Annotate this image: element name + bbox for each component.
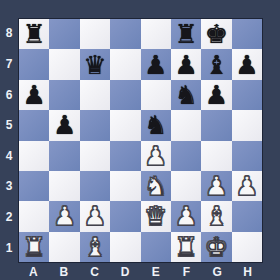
white-king[interactable]: ♚ (205, 234, 228, 260)
black-pawn[interactable]: ♟ (53, 112, 76, 138)
square-a8[interactable]: ♜ (19, 19, 49, 49)
square-c4[interactable] (80, 141, 110, 171)
square-b4[interactable] (49, 141, 79, 171)
square-c6[interactable] (80, 80, 110, 110)
white-pawn[interactable]: ♟ (144, 143, 167, 169)
black-bishop[interactable]: ♝ (205, 52, 228, 78)
square-d6[interactable] (110, 80, 140, 110)
square-c8[interactable] (80, 19, 110, 49)
square-g3[interactable]: ♟ (201, 171, 231, 201)
square-c7[interactable]: ♛ (80, 49, 110, 79)
white-pawn[interactable]: ♟ (205, 173, 228, 199)
square-g2[interactable]: ♝ (201, 201, 231, 231)
black-knight[interactable]: ♞ (144, 112, 167, 138)
square-b8[interactable] (49, 19, 79, 49)
black-pawn[interactable]: ♟ (235, 52, 258, 78)
square-c2[interactable]: ♟ (80, 201, 110, 231)
square-h1[interactable] (232, 232, 262, 262)
square-f3[interactable] (171, 171, 201, 201)
rank-labels: 87654321 (0, 18, 18, 263)
square-c5[interactable] (80, 110, 110, 140)
white-pawn[interactable]: ♟ (83, 203, 106, 229)
file-labels: ABCDEFGH (18, 263, 263, 280)
white-pawn[interactable]: ♟ (235, 173, 258, 199)
square-b6[interactable] (49, 80, 79, 110)
rank-label-1: 1 (0, 232, 18, 263)
square-b1[interactable] (49, 232, 79, 262)
white-pawn[interactable]: ♟ (53, 203, 76, 229)
square-g1[interactable]: ♚ (201, 232, 231, 262)
rank-label-3: 3 (0, 171, 18, 202)
file-label-e: E (141, 263, 172, 280)
black-rook[interactable]: ♜ (174, 21, 197, 47)
square-e8[interactable] (141, 19, 171, 49)
square-f7[interactable]: ♟ (171, 49, 201, 79)
square-f8[interactable]: ♜ (171, 19, 201, 49)
chess-board: ♜♜♚♛♟♟♝♟♟♞♟♟♞♟♞♟♟♟♟♛♟♝♜♝♜♚ (18, 18, 263, 263)
black-pawn[interactable]: ♟ (174, 52, 197, 78)
square-a7[interactable] (19, 49, 49, 79)
black-pawn[interactable]: ♟ (23, 82, 46, 108)
square-h8[interactable] (232, 19, 262, 49)
square-h2[interactable] (232, 201, 262, 231)
square-h3[interactable]: ♟ (232, 171, 262, 201)
white-rook[interactable]: ♜ (174, 234, 197, 260)
square-d8[interactable] (110, 19, 140, 49)
white-bishop[interactable]: ♝ (205, 203, 228, 229)
square-a3[interactable] (19, 171, 49, 201)
black-king[interactable]: ♚ (205, 21, 228, 47)
square-c1[interactable]: ♝ (80, 232, 110, 262)
rank-label-7: 7 (0, 49, 18, 80)
white-queen[interactable]: ♛ (144, 203, 167, 229)
square-d2[interactable] (110, 201, 140, 231)
square-b2[interactable]: ♟ (49, 201, 79, 231)
square-e1[interactable] (141, 232, 171, 262)
square-a5[interactable] (19, 110, 49, 140)
white-bishop[interactable]: ♝ (83, 234, 106, 260)
square-g4[interactable] (201, 141, 231, 171)
square-e5[interactable]: ♞ (141, 110, 171, 140)
square-e6[interactable] (141, 80, 171, 110)
square-h7[interactable]: ♟ (232, 49, 262, 79)
file-label-a: A (18, 263, 49, 280)
square-f4[interactable] (171, 141, 201, 171)
square-b5[interactable]: ♟ (49, 110, 79, 140)
file-label-f: F (171, 263, 202, 280)
square-g7[interactable]: ♝ (201, 49, 231, 79)
square-e3[interactable]: ♞ (141, 171, 171, 201)
file-label-b: B (49, 263, 80, 280)
square-a2[interactable] (19, 201, 49, 231)
rank-label-5: 5 (0, 110, 18, 141)
white-pawn[interactable]: ♟ (174, 203, 197, 229)
square-e7[interactable]: ♟ (141, 49, 171, 79)
file-label-g: G (202, 263, 233, 280)
square-e2[interactable]: ♛ (141, 201, 171, 231)
square-d5[interactable] (110, 110, 140, 140)
rank-label-6: 6 (0, 79, 18, 110)
square-f1[interactable]: ♜ (171, 232, 201, 262)
square-f5[interactable] (171, 110, 201, 140)
square-d1[interactable] (110, 232, 140, 262)
square-a6[interactable]: ♟ (19, 80, 49, 110)
black-knight[interactable]: ♞ (174, 82, 197, 108)
black-pawn[interactable]: ♟ (144, 52, 167, 78)
black-queen[interactable]: ♛ (83, 52, 106, 78)
square-g8[interactable]: ♚ (201, 19, 231, 49)
square-a4[interactable] (19, 141, 49, 171)
square-e4[interactable]: ♟ (141, 141, 171, 171)
white-rook[interactable]: ♜ (23, 234, 46, 260)
file-label-d: D (110, 263, 141, 280)
square-f6[interactable]: ♞ (171, 80, 201, 110)
square-b3[interactable] (49, 171, 79, 201)
square-c3[interactable] (80, 171, 110, 201)
square-b7[interactable] (49, 49, 79, 79)
white-knight[interactable]: ♞ (144, 173, 167, 199)
square-h4[interactable] (232, 141, 262, 171)
black-pawn[interactable]: ♟ (205, 82, 228, 108)
square-g6[interactable]: ♟ (201, 80, 231, 110)
rank-label-2: 2 (0, 202, 18, 233)
square-g5[interactable] (201, 110, 231, 140)
rank-label-8: 8 (0, 18, 18, 49)
file-label-c: C (79, 263, 110, 280)
square-h6[interactable] (232, 80, 262, 110)
board-frame: 87654321 ♜♜♚♛♟♟♝♟♟♞♟♟♞♟♞♟♟♟♟♛♟♝♜♝♜♚ ABCD… (0, 0, 280, 280)
square-d3[interactable] (110, 171, 140, 201)
square-a1[interactable]: ♜ (19, 232, 49, 262)
black-rook[interactable]: ♜ (23, 21, 46, 47)
square-d7[interactable] (110, 49, 140, 79)
square-h5[interactable] (232, 110, 262, 140)
square-f2[interactable]: ♟ (171, 201, 201, 231)
file-label-h: H (232, 263, 263, 280)
rank-label-4: 4 (0, 141, 18, 172)
square-d4[interactable] (110, 141, 140, 171)
